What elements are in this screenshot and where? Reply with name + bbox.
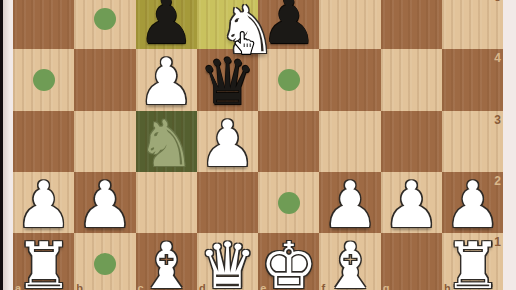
ghost-white-knight-c3[interactable]: ♞ (136, 114, 197, 175)
legal-move-dot-e2[interactable] (278, 192, 300, 214)
square-d3[interactable]: ♟ (197, 111, 258, 172)
right-margin-strip (503, 0, 516, 290)
white-pawn-a2[interactable]: ♟ (13, 175, 74, 236)
square-a2[interactable]: ♟ (13, 172, 74, 233)
white-pawn-d3[interactable]: ♟ (197, 114, 258, 175)
square-c2[interactable] (136, 172, 197, 233)
square-h2[interactable]: ♟ (442, 172, 503, 233)
square-g2[interactable]: ♟ (381, 172, 442, 233)
square-c5[interactable]: ♟ (136, 0, 197, 49)
white-bishop-c1[interactable]: ♝ (136, 236, 197, 290)
square-d1[interactable]: ♛ (197, 233, 258, 290)
white-rook-a1[interactable]: ♜ (13, 236, 74, 290)
square-e1[interactable]: ♚ (258, 233, 319, 290)
square-b2[interactable]: ♟ (74, 172, 135, 233)
square-f2[interactable]: ♟ (319, 172, 380, 233)
square-d2[interactable] (197, 172, 258, 233)
white-bishop-f1[interactable]: ♝ (319, 236, 380, 290)
square-a5[interactable] (13, 0, 74, 49)
legal-move-dot-b1[interactable] (94, 253, 116, 275)
white-pawn-g2[interactable]: ♟ (381, 175, 442, 236)
square-f5[interactable] (319, 0, 380, 49)
square-b5[interactable] (74, 0, 135, 49)
white-queen-d1[interactable]: ♛ (197, 236, 258, 290)
square-c3[interactable]: ♞ (136, 111, 197, 172)
square-h4[interactable] (442, 49, 503, 110)
square-b3[interactable] (74, 111, 135, 172)
square-b4[interactable] (74, 49, 135, 110)
square-h1[interactable]: ♜ (442, 233, 503, 290)
square-a1[interactable]: ♜ (13, 233, 74, 290)
white-pawn-b2[interactable]: ♟ (74, 175, 135, 236)
letterbox-left-bar (0, 0, 3, 290)
square-c1[interactable]: ♝ (136, 233, 197, 290)
square-h5[interactable] (442, 0, 503, 49)
square-f3[interactable] (319, 111, 380, 172)
legal-move-dot-e4[interactable] (278, 69, 300, 91)
square-f1[interactable]: ♝ (319, 233, 380, 290)
white-pawn-f2[interactable]: ♟ (319, 175, 380, 236)
square-e3[interactable] (258, 111, 319, 172)
square-g5[interactable] (381, 0, 442, 49)
white-rook-h1[interactable]: ♜ (442, 236, 503, 290)
square-g3[interactable] (381, 111, 442, 172)
board-canvas: ♟♟♟♛♞♟♟♟♟♟♟♜♝♛♚♝♜ ♞ 54321abcdefgh (0, 0, 516, 290)
square-f4[interactable] (319, 49, 380, 110)
left-margin-strip (3, 0, 13, 290)
legal-move-dot-b5[interactable] (94, 8, 116, 30)
legal-move-dot-a4[interactable] (33, 69, 55, 91)
square-a3[interactable] (13, 111, 74, 172)
hand-cursor-icon (234, 31, 255, 55)
square-c4[interactable]: ♟ (136, 49, 197, 110)
square-g4[interactable] (381, 49, 442, 110)
square-a4[interactable] (13, 49, 74, 110)
white-king-e1[interactable]: ♚ (258, 236, 319, 290)
square-e2[interactable] (258, 172, 319, 233)
square-h3[interactable] (442, 111, 503, 172)
white-pawn-c4[interactable]: ♟ (136, 52, 197, 113)
white-pawn-h2[interactable]: ♟ (442, 175, 503, 236)
